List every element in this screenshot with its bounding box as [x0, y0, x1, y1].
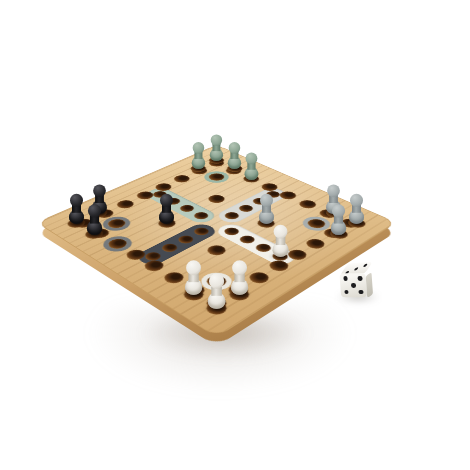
base-ring-hole — [104, 217, 128, 229]
home-column-grey — [213, 185, 290, 224]
track-hole — [240, 173, 262, 183]
die-pip — [359, 290, 364, 295]
track-hole — [170, 173, 192, 183]
home-column-green — [142, 185, 219, 224]
die-face-cell — [357, 289, 365, 296]
track-hole — [203, 243, 228, 257]
die-right-face — [365, 272, 372, 298]
ludo-product-photo — [0, 0, 470, 470]
track-hole — [296, 198, 319, 209]
base-ring-hole — [203, 273, 230, 289]
track-hole — [245, 270, 272, 285]
start-ring-hole — [104, 237, 129, 251]
track-hole — [160, 270, 187, 285]
track-hole — [205, 193, 228, 204]
die-pip — [358, 276, 363, 281]
die-pip — [343, 276, 348, 281]
die-face-cell — [357, 282, 365, 289]
die-pip — [351, 283, 356, 288]
base-ring-hole — [304, 217, 328, 229]
die-front-face — [339, 273, 367, 297]
peg-head — [210, 134, 221, 145]
die-pip — [344, 290, 349, 295]
die[interactable] — [339, 262, 373, 299]
track-hole — [303, 237, 328, 251]
die-face-cell — [356, 275, 364, 282]
track-hole — [154, 217, 178, 229]
track-hole — [113, 198, 136, 209]
track-hole — [254, 217, 278, 229]
base-ring-hole — [205, 171, 227, 181]
